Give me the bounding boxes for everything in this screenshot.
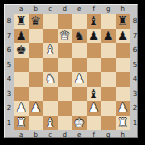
square-d4[interactable]	[58, 72, 73, 87]
white-bishop-c6: ♝	[45, 44, 56, 56]
square-a3[interactable]	[14, 87, 29, 102]
square-c4[interactable]: ♞	[43, 72, 58, 87]
square-h1[interactable]: ♜	[116, 116, 131, 131]
rank-label-6: 6	[130, 43, 140, 58]
white-pawn-h2: ♟	[117, 102, 128, 114]
black-rook-a8: ♜	[16, 15, 27, 27]
square-f1[interactable]	[87, 116, 102, 131]
black-knight-e7: ♞	[74, 29, 85, 41]
rank-label-3: 3	[4, 87, 14, 102]
rank-label-7: 7	[130, 29, 140, 44]
rank-label-8: 8	[4, 14, 14, 29]
rank-label-3: 3	[130, 87, 140, 102]
square-f2[interactable]: ♟	[87, 101, 102, 116]
file-label-b: b	[29, 4, 44, 14]
rank-label-2: 2	[4, 101, 14, 116]
square-b8[interactable]: ♛	[29, 14, 44, 29]
square-e3[interactable]	[72, 87, 87, 102]
file-label-f: f	[87, 4, 102, 14]
file-label-a: a	[14, 4, 29, 14]
square-a1[interactable]: ♜	[14, 116, 29, 131]
square-c3[interactable]	[43, 87, 58, 102]
square-c2[interactable]	[43, 101, 58, 116]
file-label-h: h	[116, 130, 131, 140]
square-g1[interactable]	[101, 116, 116, 131]
rank-label-1: 1	[4, 116, 14, 131]
black-pawn-h7: ♟	[117, 29, 128, 41]
square-e7[interactable]: ♞	[72, 29, 87, 44]
square-h5[interactable]	[116, 58, 131, 73]
square-c1[interactable]: ♝	[43, 116, 58, 131]
square-f5[interactable]	[87, 58, 102, 73]
square-g3[interactable]	[101, 87, 116, 102]
black-rook-h8: ♜	[117, 15, 128, 27]
black-bishop-f8: ♝	[88, 15, 99, 27]
file-label-c: c	[43, 4, 58, 14]
black-queen-b8: ♛	[30, 15, 41, 27]
square-g5[interactable]	[101, 58, 116, 73]
square-d5[interactable]	[58, 58, 73, 73]
square-c7[interactable]	[43, 29, 58, 44]
square-a5[interactable]	[14, 58, 29, 73]
chessboard-widget: abcdefgh abcdefgh 87654321 87654321 ♜♛♝♜…	[0, 0, 145, 145]
square-g2[interactable]	[101, 101, 116, 116]
square-c8[interactable]	[43, 14, 58, 29]
file-labels-top: abcdefgh	[14, 4, 130, 14]
square-d1[interactable]	[58, 116, 73, 131]
square-d3[interactable]	[58, 87, 73, 102]
square-c5[interactable]	[43, 58, 58, 73]
square-e8[interactable]	[72, 14, 87, 29]
chess-board: ♜♛♝♜♟♛♞♟♟♟♚♝♞♟♝♟♟♟♟♜♝♚♜	[14, 14, 130, 130]
square-h7[interactable]: ♟	[116, 29, 131, 44]
file-labels-bottom: abcdefgh	[14, 130, 130, 140]
square-a4[interactable]	[14, 72, 29, 87]
square-a8[interactable]: ♜	[14, 14, 29, 29]
file-label-g: g	[101, 130, 116, 140]
square-b2[interactable]: ♟	[29, 101, 44, 116]
black-pawn-a7: ♟	[16, 29, 27, 41]
white-knight-c4: ♞	[45, 73, 56, 85]
rank-label-7: 7	[4, 29, 14, 44]
rank-label-4: 4	[4, 72, 14, 87]
square-d7[interactable]: ♛	[58, 29, 73, 44]
square-e2[interactable]	[72, 101, 87, 116]
square-d6[interactable]	[58, 43, 73, 58]
square-b6[interactable]	[29, 43, 44, 58]
rank-labels-left: 87654321	[4, 14, 14, 130]
file-label-c: c	[43, 130, 58, 140]
file-label-b: b	[29, 130, 44, 140]
square-a7[interactable]: ♟	[14, 29, 29, 44]
file-label-e: e	[72, 4, 87, 14]
square-f8[interactable]: ♝	[87, 14, 102, 29]
white-pawn-b2: ♟	[30, 102, 41, 114]
square-b4[interactable]	[29, 72, 44, 87]
square-d2[interactable]	[58, 101, 73, 116]
white-bishop-c1: ♝	[45, 116, 56, 128]
file-label-d: d	[58, 130, 73, 140]
file-label-h: h	[116, 4, 131, 14]
file-label-g: g	[101, 4, 116, 14]
white-pawn-f2: ♟	[88, 102, 99, 114]
square-e1[interactable]: ♚	[72, 116, 87, 131]
square-f7[interactable]: ♟	[87, 29, 102, 44]
rank-label-5: 5	[130, 58, 140, 73]
square-g7[interactable]: ♟	[101, 29, 116, 44]
square-h4[interactable]	[116, 72, 131, 87]
square-g6[interactable]	[101, 43, 116, 58]
file-label-e: e	[72, 130, 87, 140]
white-queen-d7: ♛	[59, 29, 70, 41]
square-h2[interactable]: ♟	[116, 101, 131, 116]
square-b5[interactable]	[29, 58, 44, 73]
file-label-f: f	[87, 130, 102, 140]
white-rook-h1: ♜	[117, 116, 128, 128]
rank-label-4: 4	[130, 72, 140, 87]
black-pawn-g7: ♟	[103, 29, 114, 41]
white-king-e1: ♚	[74, 116, 85, 128]
square-h3[interactable]	[116, 87, 131, 102]
rank-label-6: 6	[4, 43, 14, 58]
square-f6[interactable]	[87, 43, 102, 58]
white-rook-a1: ♜	[16, 116, 27, 128]
square-b3[interactable]	[29, 87, 44, 102]
rank-label-1: 1	[130, 116, 140, 131]
rank-labels-right: 87654321	[130, 14, 140, 130]
square-b1[interactable]	[29, 116, 44, 131]
square-c6[interactable]: ♝	[43, 43, 58, 58]
white-pawn-a2: ♟	[16, 102, 27, 114]
square-e5[interactable]	[72, 58, 87, 73]
square-a6[interactable]: ♚	[14, 43, 29, 58]
square-f3[interactable]: ♝	[87, 87, 102, 102]
square-e4[interactable]: ♟	[72, 72, 87, 87]
square-b7[interactable]	[29, 29, 44, 44]
rank-label-5: 5	[4, 58, 14, 73]
file-label-d: d	[58, 4, 73, 14]
square-e6[interactable]	[72, 43, 87, 58]
black-pawn-f7: ♟	[88, 29, 99, 41]
rank-label-8: 8	[130, 14, 140, 29]
file-label-a: a	[14, 130, 29, 140]
square-g4[interactable]	[101, 72, 116, 87]
white-pawn-e4: ♟	[74, 73, 85, 85]
square-f4[interactable]	[87, 72, 102, 87]
square-a2[interactable]: ♟	[14, 101, 29, 116]
square-d8[interactable]	[58, 14, 73, 29]
square-h6[interactable]	[116, 43, 131, 58]
black-king-a6: ♚	[16, 44, 27, 56]
square-h8[interactable]: ♜	[116, 14, 131, 29]
square-g8[interactable]	[101, 14, 116, 29]
black-bishop-f3: ♝	[88, 87, 99, 99]
rank-label-2: 2	[130, 101, 140, 116]
